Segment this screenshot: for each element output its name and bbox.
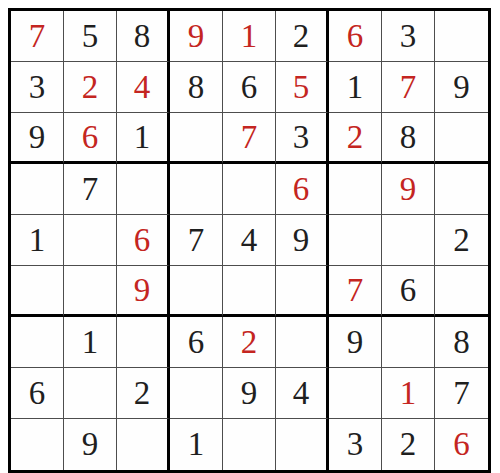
cell-r7c3[interactable] xyxy=(117,317,170,368)
cell-r9c2[interactable]: 9 xyxy=(64,419,117,470)
cell-r5c6[interactable]: 9 xyxy=(276,215,329,266)
cell-r1c7[interactable]: 6 xyxy=(329,11,382,62)
cell-r6c2[interactable] xyxy=(64,266,117,317)
cell-r3c4[interactable] xyxy=(170,113,223,164)
cell-r2c9[interactable]: 9 xyxy=(435,62,488,113)
cell-r4c9[interactable] xyxy=(435,164,488,215)
cell-r6c5[interactable] xyxy=(223,266,276,317)
cell-r5c8[interactable] xyxy=(382,215,435,266)
cell-r8c8[interactable]: 1 xyxy=(382,368,435,419)
cell-r5c1[interactable]: 1 xyxy=(11,215,64,266)
cell-r8c4[interactable] xyxy=(170,368,223,419)
cell-r3c7[interactable]: 2 xyxy=(329,113,382,164)
cell-r8c2[interactable] xyxy=(64,368,117,419)
cell-r9c3[interactable] xyxy=(117,419,170,470)
cell-r1c3[interactable]: 8 xyxy=(117,11,170,62)
cell-r2c7[interactable]: 1 xyxy=(329,62,382,113)
cell-r6c4[interactable] xyxy=(170,266,223,317)
cell-r2c5[interactable]: 6 xyxy=(223,62,276,113)
cell-r3c3[interactable]: 1 xyxy=(117,113,170,164)
cell-r7c9[interactable]: 8 xyxy=(435,317,488,368)
cell-r4c5[interactable] xyxy=(223,164,276,215)
cell-r1c8[interactable]: 3 xyxy=(382,11,435,62)
cell-r2c3[interactable]: 4 xyxy=(117,62,170,113)
cell-r5c7[interactable] xyxy=(329,215,382,266)
cell-r1c1[interactable]: 7 xyxy=(11,11,64,62)
cell-r7c8[interactable] xyxy=(382,317,435,368)
cell-r9c4[interactable]: 1 xyxy=(170,419,223,470)
cell-r2c8[interactable]: 7 xyxy=(382,62,435,113)
cell-r3c1[interactable]: 9 xyxy=(11,113,64,164)
cell-r7c6[interactable] xyxy=(276,317,329,368)
cell-r8c7[interactable] xyxy=(329,368,382,419)
cell-r3c5[interactable]: 7 xyxy=(223,113,276,164)
cell-r6c3[interactable]: 9 xyxy=(117,266,170,317)
cell-r9c7[interactable]: 3 xyxy=(329,419,382,470)
sudoku-board: 7589126332486517996173287691674929761629… xyxy=(8,8,491,473)
cell-r9c9[interactable]: 6 xyxy=(435,419,488,470)
cell-r4c3[interactable] xyxy=(117,164,170,215)
cell-r4c2[interactable]: 7 xyxy=(64,164,117,215)
cell-r4c7[interactable] xyxy=(329,164,382,215)
cell-r3c9[interactable] xyxy=(435,113,488,164)
cell-r5c2[interactable] xyxy=(64,215,117,266)
cell-r8c9[interactable]: 7 xyxy=(435,368,488,419)
cell-r9c6[interactable] xyxy=(276,419,329,470)
cell-r1c4[interactable]: 9 xyxy=(170,11,223,62)
cell-r1c2[interactable]: 5 xyxy=(64,11,117,62)
cell-r5c4[interactable]: 7 xyxy=(170,215,223,266)
cell-r6c8[interactable]: 6 xyxy=(382,266,435,317)
cell-r4c1[interactable] xyxy=(11,164,64,215)
cell-r4c4[interactable] xyxy=(170,164,223,215)
cell-r9c1[interactable] xyxy=(11,419,64,470)
cell-r8c5[interactable]: 9 xyxy=(223,368,276,419)
cell-r7c1[interactable] xyxy=(11,317,64,368)
cell-r6c7[interactable]: 7 xyxy=(329,266,382,317)
cell-r6c1[interactable] xyxy=(11,266,64,317)
cell-r7c4[interactable]: 6 xyxy=(170,317,223,368)
cell-r5c5[interactable]: 4 xyxy=(223,215,276,266)
sudoku-page: 7589126332486517996173287691674929761629… xyxy=(0,0,500,473)
cell-r6c6[interactable] xyxy=(276,266,329,317)
cell-r6c9[interactable] xyxy=(435,266,488,317)
cell-r2c1[interactable]: 3 xyxy=(11,62,64,113)
cell-r2c4[interactable]: 8 xyxy=(170,62,223,113)
cell-r1c6[interactable]: 2 xyxy=(276,11,329,62)
cell-r4c6[interactable]: 6 xyxy=(276,164,329,215)
cell-r5c9[interactable]: 2 xyxy=(435,215,488,266)
cell-r5c3[interactable]: 6 xyxy=(117,215,170,266)
cell-r2c6[interactable]: 5 xyxy=(276,62,329,113)
cell-r1c5[interactable]: 1 xyxy=(223,11,276,62)
cell-r7c7[interactable]: 9 xyxy=(329,317,382,368)
cell-r8c6[interactable]: 4 xyxy=(276,368,329,419)
cell-r2c2[interactable]: 2 xyxy=(64,62,117,113)
cell-r4c8[interactable]: 9 xyxy=(382,164,435,215)
cell-r9c8[interactable]: 2 xyxy=(382,419,435,470)
cell-r8c1[interactable]: 6 xyxy=(11,368,64,419)
cell-r3c2[interactable]: 6 xyxy=(64,113,117,164)
cell-r3c6[interactable]: 3 xyxy=(276,113,329,164)
cell-r8c3[interactable]: 2 xyxy=(117,368,170,419)
cell-r7c5[interactable]: 2 xyxy=(223,317,276,368)
cell-r3c8[interactable]: 8 xyxy=(382,113,435,164)
cell-r9c5[interactable] xyxy=(223,419,276,470)
cell-r1c9[interactable] xyxy=(435,11,488,62)
cell-r7c2[interactable]: 1 xyxy=(64,317,117,368)
